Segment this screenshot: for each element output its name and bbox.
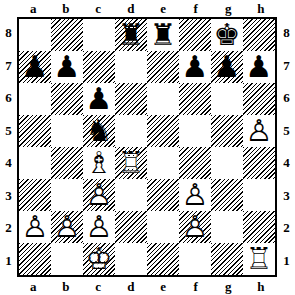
- square-e5[interactable]: [147, 115, 179, 147]
- square-f4[interactable]: [179, 147, 211, 179]
- square-c5[interactable]: ♞: [83, 115, 115, 147]
- square-h5[interactable]: ♟♙: [243, 115, 275, 147]
- rank-label-1-right: 1: [278, 245, 295, 278]
- square-a5[interactable]: [19, 115, 51, 147]
- square-a8[interactable]: [19, 19, 51, 51]
- square-g1[interactable]: [211, 243, 243, 275]
- piece-white-pawn[interactable]: ♟♙: [83, 179, 115, 211]
- piece-outline: ♙: [179, 211, 211, 243]
- file-label-h-bottom: h: [245, 278, 278, 295]
- square-a1[interactable]: [19, 243, 51, 275]
- square-d1[interactable]: [115, 243, 147, 275]
- piece-body: ♟: [179, 51, 211, 83]
- square-f6[interactable]: [179, 83, 211, 115]
- square-h8[interactable]: [243, 19, 275, 51]
- piece-outline: ♗: [83, 147, 115, 179]
- square-e4[interactable]: [147, 147, 179, 179]
- file-label-e-top: e: [147, 0, 180, 17]
- square-h6[interactable]: [243, 83, 275, 115]
- piece-black-pawn[interactable]: ♟: [243, 51, 275, 83]
- rank-label-4-right: 4: [278, 147, 295, 180]
- square-e6[interactable]: [147, 83, 179, 115]
- square-c7[interactable]: [83, 51, 115, 83]
- piece-outline: ♙: [51, 211, 83, 243]
- square-f2[interactable]: ♟♙: [179, 211, 211, 243]
- rank-label-7-left: 7: [0, 50, 17, 83]
- piece-body: ♟: [243, 51, 275, 83]
- rank-label-3-right: 3: [278, 180, 295, 213]
- piece-outline: ♙: [243, 115, 275, 147]
- piece-black-pawn[interactable]: ♟: [211, 51, 243, 83]
- piece-body: ♜: [147, 19, 179, 51]
- chess-diagram: abcdefgh abcdefgh 87654321 87654321 ♜♜♚♟…: [0, 0, 295, 295]
- piece-outline: ♙: [83, 211, 115, 243]
- square-b7[interactable]: ♟: [51, 51, 83, 83]
- piece-outline: ♔: [83, 243, 115, 275]
- piece-black-king[interactable]: ♚: [211, 19, 243, 51]
- square-b1[interactable]: [51, 243, 83, 275]
- file-label-b-bottom: b: [50, 278, 83, 295]
- square-f8[interactable]: [179, 19, 211, 51]
- square-a4[interactable]: [19, 147, 51, 179]
- piece-body: ♜: [115, 19, 147, 51]
- file-label-e-bottom: e: [147, 278, 180, 295]
- square-f7[interactable]: ♟: [179, 51, 211, 83]
- rank-label-7-right: 7: [278, 50, 295, 83]
- piece-black-knight[interactable]: ♞: [83, 115, 115, 147]
- square-d5[interactable]: [115, 115, 147, 147]
- square-c6[interactable]: ♟: [83, 83, 115, 115]
- square-c4[interactable]: ♝♗: [83, 147, 115, 179]
- piece-white-pawn[interactable]: ♟♙: [179, 179, 211, 211]
- square-b3[interactable]: [51, 179, 83, 211]
- rank-label-5-right: 5: [278, 115, 295, 148]
- square-b4[interactable]: [51, 147, 83, 179]
- file-label-d-top: d: [115, 0, 148, 17]
- piece-white-pawn[interactable]: ♟♙: [51, 211, 83, 243]
- piece-black-rook[interactable]: ♜: [115, 19, 147, 51]
- piece-white-bishop[interactable]: ♝♗: [83, 147, 115, 179]
- square-f1[interactable]: [179, 243, 211, 275]
- file-label-d-bottom: d: [115, 278, 148, 295]
- file-label-f-top: f: [180, 0, 213, 17]
- square-h3[interactable]: [243, 179, 275, 211]
- square-e2[interactable]: [147, 211, 179, 243]
- piece-outline: ♖: [243, 243, 275, 275]
- rank-labels-left: 87654321: [0, 17, 17, 277]
- square-e3[interactable]: [147, 179, 179, 211]
- file-label-f-bottom: f: [180, 278, 213, 295]
- piece-white-king[interactable]: ♚♔: [83, 243, 115, 275]
- rank-label-6-right: 6: [278, 82, 295, 115]
- piece-white-pawn[interactable]: ♟♙: [19, 211, 51, 243]
- file-labels-top: abcdefgh: [17, 0, 277, 17]
- piece-black-pawn[interactable]: ♟: [19, 51, 51, 83]
- piece-body: ♟: [211, 51, 243, 83]
- square-e7[interactable]: [147, 51, 179, 83]
- piece-white-rook[interactable]: ♜♖: [115, 147, 147, 179]
- square-e8[interactable]: ♜: [147, 19, 179, 51]
- square-d8[interactable]: ♜: [115, 19, 147, 51]
- square-e1[interactable]: [147, 243, 179, 275]
- square-c1[interactable]: ♚♔: [83, 243, 115, 275]
- piece-white-pawn[interactable]: ♟♙: [83, 211, 115, 243]
- square-f3[interactable]: ♟♙: [179, 179, 211, 211]
- rank-label-4-left: 4: [0, 147, 17, 180]
- file-label-h-top: h: [245, 0, 278, 17]
- file-label-a-top: a: [17, 0, 50, 17]
- piece-outline: ♙: [83, 179, 115, 211]
- square-b5[interactable]: [51, 115, 83, 147]
- square-c8[interactable]: [83, 19, 115, 51]
- rank-labels-right: 87654321: [278, 17, 295, 277]
- rank-label-3-left: 3: [0, 180, 17, 213]
- square-b6[interactable]: [51, 83, 83, 115]
- square-c3[interactable]: ♟♙: [83, 179, 115, 211]
- square-d2[interactable]: [115, 211, 147, 243]
- piece-body: ♟: [83, 83, 115, 115]
- square-h1[interactable]: ♜♖: [243, 243, 275, 275]
- square-h4[interactable]: [243, 147, 275, 179]
- square-a3[interactable]: [19, 179, 51, 211]
- rank-label-6-left: 6: [0, 82, 17, 115]
- piece-black-pawn[interactable]: ♟: [179, 51, 211, 83]
- chessboard: ♜♜♚♟♟♟♟♟♟♞♟♙♝♗♜♖♟♙♟♙♟♙♟♙♟♙♟♙♚♔♜♖: [17, 17, 277, 277]
- piece-black-rook[interactable]: ♜: [147, 19, 179, 51]
- square-a7[interactable]: ♟: [19, 51, 51, 83]
- square-f5[interactable]: [179, 115, 211, 147]
- piece-body: ♟: [19, 51, 51, 83]
- rank-label-1-left: 1: [0, 245, 17, 278]
- file-label-g-top: g: [212, 0, 245, 17]
- rank-label-2-left: 2: [0, 212, 17, 245]
- square-d6[interactable]: [115, 83, 147, 115]
- piece-white-rook[interactable]: ♜♖: [243, 243, 275, 275]
- piece-body: ♟: [51, 51, 83, 83]
- square-c2[interactable]: ♟♙: [83, 211, 115, 243]
- square-b8[interactable]: [51, 19, 83, 51]
- rank-label-8-left: 8: [0, 17, 17, 50]
- square-d4[interactable]: ♜♖: [115, 147, 147, 179]
- square-h2[interactable]: [243, 211, 275, 243]
- square-a6[interactable]: [19, 83, 51, 115]
- file-label-a-bottom: a: [17, 278, 50, 295]
- square-g5[interactable]: [211, 115, 243, 147]
- square-g4[interactable]: [211, 147, 243, 179]
- square-g6[interactable]: [211, 83, 243, 115]
- file-label-c-top: c: [82, 0, 115, 17]
- square-g2[interactable]: [211, 211, 243, 243]
- square-g3[interactable]: [211, 179, 243, 211]
- piece-outline: ♙: [19, 211, 51, 243]
- square-d3[interactable]: [115, 179, 147, 211]
- file-labels-bottom: abcdefgh: [17, 278, 277, 295]
- square-d7[interactable]: [115, 51, 147, 83]
- piece-outline: ♖: [115, 147, 147, 179]
- rank-label-8-right: 8: [278, 17, 295, 50]
- piece-black-pawn[interactable]: ♟: [83, 83, 115, 115]
- piece-body: ♚: [211, 19, 243, 51]
- square-g7[interactable]: ♟: [211, 51, 243, 83]
- rank-label-2-right: 2: [278, 212, 295, 245]
- piece-white-pawn[interactable]: ♟♙: [243, 115, 275, 147]
- piece-white-pawn[interactable]: ♟♙: [179, 211, 211, 243]
- piece-outline: ♙: [179, 179, 211, 211]
- square-b2[interactable]: ♟♙: [51, 211, 83, 243]
- square-h7[interactable]: ♟: [243, 51, 275, 83]
- file-label-c-bottom: c: [82, 278, 115, 295]
- piece-black-pawn[interactable]: ♟: [51, 51, 83, 83]
- rank-label-5-left: 5: [0, 115, 17, 148]
- square-a2[interactable]: ♟♙: [19, 211, 51, 243]
- piece-body: ♞: [83, 115, 115, 147]
- square-g8[interactable]: ♚: [211, 19, 243, 51]
- file-label-g-bottom: g: [212, 278, 245, 295]
- file-label-b-top: b: [50, 0, 83, 17]
